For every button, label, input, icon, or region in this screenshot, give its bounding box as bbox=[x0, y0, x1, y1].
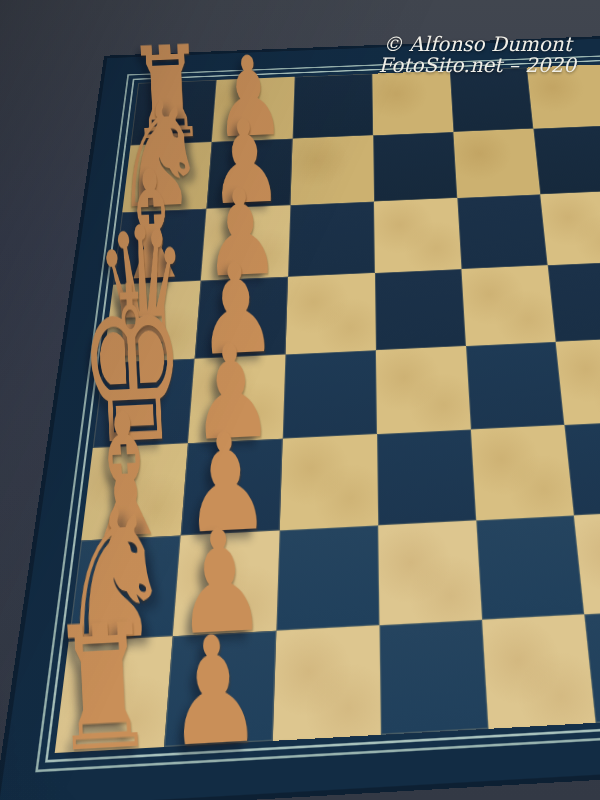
square-d3 bbox=[285, 273, 375, 354]
square-d4 bbox=[375, 269, 466, 350]
square-a3 bbox=[293, 74, 374, 139]
photo-scene: ♜♟♞♟♝♟♛♟♚♟♝♟♞♟♜♟ © Alfonso Dumont FotoSi… bbox=[0, 0, 600, 800]
square-b5 bbox=[453, 129, 540, 198]
square-c4 bbox=[374, 198, 461, 273]
chessboard: ♜♟♞♟♝♟♛♟♚♟♝♟♞♟♜♟ bbox=[0, 29, 600, 800]
white-rook-h1: ♜ bbox=[47, 601, 158, 778]
square-h4 bbox=[379, 620, 488, 735]
square-e6 bbox=[556, 338, 600, 425]
square-f4 bbox=[377, 429, 476, 525]
watermark-line1: © Alfonso Dumont bbox=[379, 34, 576, 55]
square-h3 bbox=[273, 625, 381, 741]
square-e5 bbox=[466, 342, 564, 430]
photographer-watermark: © Alfonso Dumont FotoSito.net – 2020 bbox=[379, 34, 576, 76]
square-f6 bbox=[564, 420, 600, 515]
square-d5 bbox=[461, 265, 555, 346]
chessboard-grid: ♜♟♞♟♝♟♛♟♚♟♝♟♞♟♜♟ bbox=[55, 58, 600, 753]
square-c5 bbox=[457, 194, 547, 269]
square-f5 bbox=[471, 425, 574, 520]
square-h5 bbox=[482, 614, 595, 728]
square-f3 bbox=[280, 434, 379, 530]
white-pawn-h2: ♟ bbox=[163, 615, 264, 769]
square-g3 bbox=[276, 525, 379, 630]
board-border-frame: ♜♟♞♟♝♟♛♟♚♟♝♟♞♟♜♟ bbox=[55, 58, 600, 753]
square-e3 bbox=[283, 350, 377, 438]
square-a5 bbox=[450, 68, 534, 132]
square-b6 bbox=[533, 125, 600, 194]
square-b4 bbox=[373, 132, 457, 202]
square-d6 bbox=[548, 261, 600, 341]
square-g4 bbox=[378, 520, 482, 625]
watermark-line2: FotoSito.net – 2020 bbox=[379, 55, 576, 76]
square-c6 bbox=[540, 191, 600, 265]
square-c3 bbox=[288, 202, 375, 277]
square-g5 bbox=[476, 515, 584, 619]
square-e4 bbox=[376, 346, 471, 434]
square-b3 bbox=[290, 135, 374, 205]
square-a4 bbox=[372, 71, 453, 136]
